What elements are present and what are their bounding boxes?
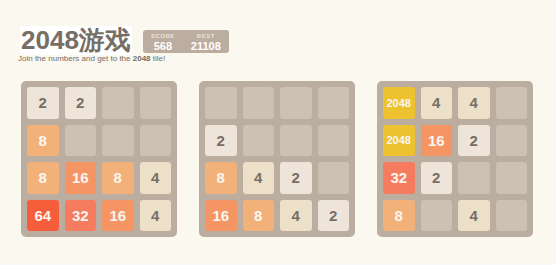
tile-2: 2 [318,200,350,232]
empty-cell [140,125,172,157]
tile-4: 4 [140,162,172,194]
empty-cell [280,125,312,157]
tile-2: 2 [65,87,97,119]
tile-2048: 2048 [383,87,415,119]
tile-8: 8 [27,125,59,157]
board-2[interactable]: 284216842 [199,81,355,237]
empty-cell [280,87,312,119]
empty-cell [243,87,275,119]
subtitle-prefix: Join the numbers and get to the [18,54,133,63]
tile-8: 8 [205,162,237,194]
empty-cell [496,200,528,232]
subtitle-2048: 2048 [133,54,151,63]
tile-2: 2 [421,162,453,194]
tile-16: 16 [205,200,237,232]
tile-8: 8 [27,162,59,194]
tile-2: 2 [205,125,237,157]
tile-2048: 2048 [383,125,415,157]
tile-4: 4 [458,87,490,119]
empty-cell [102,87,134,119]
tile-64: 64 [27,200,59,232]
tile-4: 4 [421,87,453,119]
tile-4: 4 [140,200,172,232]
score-label: SCORE [151,33,175,40]
tile-2: 2 [280,162,312,194]
empty-cell [496,125,528,157]
board-3[interactable]: 204844204816232284 [377,81,533,237]
tile-8: 8 [243,200,275,232]
tile-16: 16 [65,162,97,194]
board-1[interactable]: 228816846432164 [21,81,177,237]
empty-cell [496,162,528,194]
page-title: 2048游戏 [20,26,132,55]
score-panel: SCORE 568 BEST 21108 [143,30,229,53]
tile-4: 4 [458,200,490,232]
empty-cell [243,125,275,157]
tile-16: 16 [421,125,453,157]
tile-32: 32 [383,162,415,194]
best-label: BEST [197,33,215,40]
score-box: SCORE 568 [143,30,183,53]
tile-8: 8 [383,200,415,232]
best-value: 21108 [191,40,221,52]
tile-4: 4 [243,162,275,194]
empty-cell [318,125,350,157]
tile-2: 2 [458,125,490,157]
subtitle-suffix: tile! [151,54,166,63]
empty-cell [318,162,350,194]
empty-cell [496,87,528,119]
empty-cell [421,200,453,232]
empty-cell [458,162,490,194]
tile-16: 16 [102,200,134,232]
tile-2: 2 [27,87,59,119]
empty-cell [65,125,97,157]
score-value: 568 [154,40,172,52]
best-box: BEST 21108 [183,30,229,53]
empty-cell [102,125,134,157]
empty-cell [318,87,350,119]
tile-8: 8 [102,162,134,194]
tile-32: 32 [65,200,97,232]
tile-4: 4 [280,200,312,232]
subtitle: Join the numbers and get to the 2048 til… [18,54,165,63]
empty-cell [140,87,172,119]
empty-cell [205,87,237,119]
